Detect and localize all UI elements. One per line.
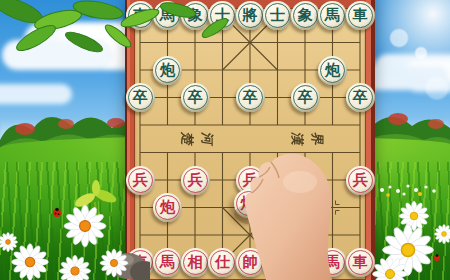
piece-black-cannon[interactable]: 炮 <box>318 56 347 85</box>
piece-glyph: 卒 <box>133 90 148 105</box>
piece-red-elephant[interactable]: 相 <box>181 248 210 277</box>
piece-glyph: 炮 <box>241 196 256 211</box>
piece-black-cannon[interactable]: 炮 <box>153 56 182 85</box>
piece-glyph: 士 <box>215 8 230 23</box>
piece-glyph: 兵 <box>133 173 148 188</box>
piece-red-general[interactable]: 帥 <box>236 248 265 277</box>
piece-glyph: 車 <box>133 8 148 23</box>
piece-glyph: 仕 <box>215 255 230 270</box>
piece-red-soldier[interactable]: 兵 <box>126 166 155 195</box>
piece-glyph: 炮 <box>160 63 175 78</box>
piece-red-elephant[interactable]: 相 <box>291 248 320 277</box>
river-label-left: 楚河 <box>181 130 214 148</box>
piece-black-soldier[interactable]: 卒 <box>126 83 155 112</box>
piece-glyph: 兵 <box>298 173 313 188</box>
piece-black-soldier[interactable]: 卒 <box>181 83 210 112</box>
piece-glyph: 炮 <box>160 200 175 215</box>
piece-glyph: 將 <box>243 8 258 23</box>
piece-black-soldier[interactable]: 卒 <box>291 83 320 112</box>
piece-red-advisor[interactable]: 仕 <box>208 248 237 277</box>
piece-glyph: 車 <box>353 8 368 23</box>
piece-glyph: 車 <box>133 255 148 270</box>
piece-black-horse[interactable]: 馬 <box>153 1 182 30</box>
piece-glyph: 兵 <box>188 173 203 188</box>
piece-glyph: 炮 <box>325 63 340 78</box>
piece-glyph: 仕 <box>270 255 285 270</box>
piece-glyph: 卒 <box>188 90 203 105</box>
piece-glyph: 帥 <box>243 255 258 270</box>
river-label-right: 漢界 <box>291 130 324 148</box>
piece-glyph: 相 <box>298 255 313 270</box>
piece-black-soldier[interactable]: 卒 <box>346 83 375 112</box>
piece-black-advisor[interactable]: 士 <box>263 1 292 30</box>
piece-black-chariot[interactable]: 車 <box>346 1 375 30</box>
piece-red-soldier[interactable]: 兵 <box>291 166 320 195</box>
piece-glyph: 兵 <box>353 173 368 188</box>
piece-glyph: 象 <box>188 8 203 23</box>
piece-glyph: 卒 <box>298 90 313 105</box>
piece-red-cannon[interactable]: 炮 <box>234 189 263 218</box>
scene: 楚河 漢界 車馬象士將士象馬車炮炮卒卒卒卒卒兵兵兵兵兵炮炮車馬相仕帥仕相馬車 <box>0 0 450 280</box>
piece-glyph: 相 <box>188 255 203 270</box>
piece-glyph: 士 <box>270 8 285 23</box>
xiangqi-board[interactable]: 楚河 漢界 車馬象士將士象馬車炮炮卒卒卒卒卒兵兵兵兵兵炮炮車馬相仕帥仕相馬車 <box>125 0 375 280</box>
cloud <box>2 40 112 70</box>
piece-glyph: 象 <box>298 8 313 23</box>
piece-glyph: 卒 <box>243 90 258 105</box>
cloud <box>0 84 72 104</box>
piece-glyph: 馬 <box>325 8 340 23</box>
piece-red-chariot[interactable]: 車 <box>126 248 155 277</box>
piece-black-elephant[interactable]: 象 <box>181 1 210 30</box>
piece-black-general[interactable]: 將 <box>236 1 265 30</box>
piece-red-horse[interactable]: 馬 <box>318 248 347 277</box>
piece-black-soldier[interactable]: 卒 <box>236 83 265 112</box>
piece-glyph: 車 <box>353 255 368 270</box>
piece-glyph: 卒 <box>353 90 368 105</box>
piece-black-advisor[interactable]: 士 <box>208 1 237 30</box>
piece-glyph: 馬 <box>160 255 175 270</box>
piece-black-horse[interactable]: 馬 <box>318 1 347 30</box>
piece-black-chariot[interactable]: 車 <box>126 1 155 30</box>
piece-red-soldier[interactable]: 兵 <box>346 166 375 195</box>
piece-red-horse[interactable]: 馬 <box>153 248 182 277</box>
piece-black-elephant[interactable]: 象 <box>291 1 320 30</box>
piece-red-chariot[interactable]: 車 <box>346 248 375 277</box>
piece-red-soldier[interactable]: 兵 <box>181 166 210 195</box>
piece-red-advisor[interactable]: 仕 <box>263 248 292 277</box>
piece-red-cannon[interactable]: 炮 <box>153 193 182 222</box>
piece-glyph: 馬 <box>325 255 340 270</box>
piece-glyph: 馬 <box>160 8 175 23</box>
board-grid <box>125 0 375 280</box>
piece-glyph: 兵 <box>243 173 258 188</box>
